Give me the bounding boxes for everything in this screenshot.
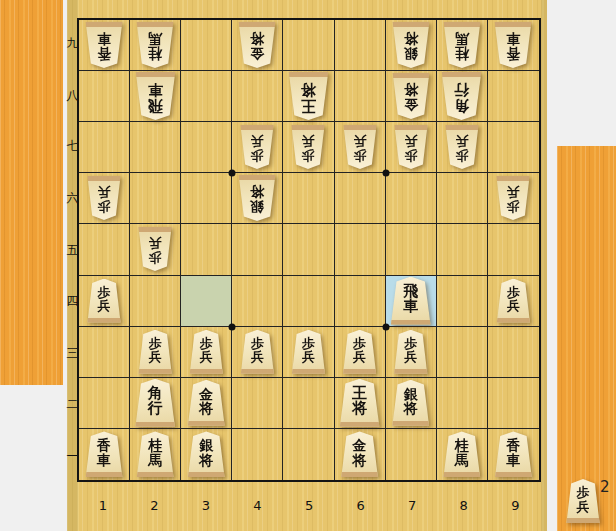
piece-kanji: 兵: [251, 135, 264, 149]
piece-kanji: 香: [97, 47, 111, 62]
shogi-piece-bishop[interactable]: 角行: [440, 72, 483, 120]
board-cell[interactable]: [79, 378, 130, 429]
board-cell[interactable]: [335, 20, 386, 71]
piece-kanji: 行: [148, 401, 163, 417]
shogi-piece-pawn[interactable]: 歩兵: [290, 330, 326, 374]
shogi-app: { "game": "shogi", "position": { "sfen":…: [0, 0, 616, 531]
piece-kanji: 将: [301, 82, 316, 98]
piece-shadow: 歩兵: [239, 330, 275, 374]
piece-shadow: 歩兵: [495, 176, 531, 220]
piece-kanji: 歩: [149, 251, 162, 265]
board-cell[interactable]: [437, 327, 488, 378]
piece-kanji: 車: [97, 32, 111, 47]
shogi-piece-pawn[interactable]: 歩兵: [290, 125, 326, 169]
file-label: 3: [180, 498, 232, 518]
piece-shadow: 歩兵: [290, 330, 326, 374]
piece-shadow: 桂馬: [442, 431, 482, 477]
piece-kanji: 兵: [404, 135, 417, 149]
hoshi-dot: [382, 170, 389, 177]
shogi-piece-gold[interactable]: 金将: [186, 380, 226, 426]
board-cell[interactable]: [79, 122, 130, 173]
piece-kanji: 歩: [404, 337, 417, 351]
piece-kanji: 車: [506, 32, 520, 47]
board-cell[interactable]: 飛車: [386, 276, 437, 327]
board-cell[interactable]: 歩兵: [232, 327, 283, 378]
piece-kanji: 歩: [302, 337, 315, 351]
piece-kanji: 銀: [250, 200, 264, 215]
shogi-piece-pawn[interactable]: 歩兵: [342, 125, 378, 169]
piece-shadow: 歩兵: [444, 125, 480, 169]
board-cell[interactable]: 桂馬: [130, 20, 181, 71]
piece-kanji: 将: [352, 401, 367, 417]
piece-shadow: 飛車: [134, 72, 177, 120]
piece-shadow: 桂馬: [135, 22, 175, 68]
piece-shadow: 金将: [340, 431, 380, 477]
piece-kanji: 将: [199, 401, 213, 416]
piece-kanji: 車: [506, 453, 520, 468]
board-cell[interactable]: [130, 173, 181, 224]
piece-kanji: 兵: [302, 135, 315, 149]
board-cell[interactable]: [79, 71, 130, 122]
piece-kanji: 香: [506, 438, 520, 453]
piece-kanji: 車: [403, 299, 418, 315]
piece-kanji: 将: [404, 83, 418, 98]
piece-shadow: 歩兵: [239, 125, 275, 169]
piece-kanji: 歩: [251, 149, 264, 163]
shogi-piece-knight[interactable]: 桂馬: [135, 431, 175, 477]
piece-kanji: 王: [301, 98, 316, 114]
shogi-piece-bishop[interactable]: 角行: [134, 379, 177, 427]
board-cell[interactable]: 香車: [488, 429, 539, 480]
piece-shadow: 香車: [84, 431, 124, 477]
file-label: 2: [129, 498, 181, 518]
piece-shadow: 歩兵: [86, 176, 122, 220]
shogi-piece-rook[interactable]: 飛車: [134, 72, 177, 120]
shogi-piece-pawn[interactable]: 歩兵: [393, 330, 429, 374]
board-cell[interactable]: [232, 276, 283, 327]
piece-kanji: 香: [506, 47, 520, 62]
board-cell[interactable]: 銀将: [181, 429, 232, 480]
board-cell[interactable]: [181, 276, 232, 327]
board-cell[interactable]: 香車: [79, 20, 130, 71]
piece-kanji: 馬: [148, 453, 162, 468]
shogi-piece-silver[interactable]: 銀将: [391, 380, 431, 426]
piece-kanji: 兵: [577, 500, 590, 514]
shogi-piece-knight[interactable]: 桂馬: [135, 22, 175, 68]
file-labels: 123456789: [77, 498, 541, 518]
board-cell[interactable]: [437, 224, 488, 275]
board-cell[interactable]: [232, 71, 283, 122]
board-cell[interactable]: 銀将: [232, 173, 283, 224]
piece-kanji: 将: [353, 453, 367, 468]
piece-shadow: 歩兵: [565, 479, 601, 523]
board-cell[interactable]: 歩兵: [335, 122, 386, 173]
board-cell[interactable]: [488, 122, 539, 173]
piece-kanji: 金: [250, 47, 264, 62]
board-cell[interactable]: [335, 71, 386, 122]
piece-kanji: 歩: [302, 149, 315, 163]
board-cell[interactable]: 歩兵: [386, 327, 437, 378]
piece-kanji: 歩: [577, 486, 590, 500]
board-cell[interactable]: 金将: [181, 378, 232, 429]
piece-kanji: 銀: [199, 438, 213, 453]
piece-kanji: 銀: [404, 387, 418, 402]
piece-kanji: 兵: [353, 350, 366, 364]
board-cell[interactable]: 王将: [283, 71, 334, 122]
board-cell[interactable]: 歩兵: [181, 327, 232, 378]
board-cell[interactable]: 飛車: [130, 71, 181, 122]
piece-kanji: 歩: [455, 149, 468, 163]
board-cell[interactable]: [79, 224, 130, 275]
piece-kanji: 桂: [455, 438, 469, 453]
piece-kanji: 銀: [404, 47, 418, 62]
shogi-piece-silver[interactable]: 銀将: [186, 431, 226, 477]
board-cell[interactable]: [437, 173, 488, 224]
piece-shadow: 歩兵: [137, 227, 173, 271]
piece-shadow: 歩兵: [290, 125, 326, 169]
board-cell[interactable]: [437, 378, 488, 429]
piece-shadow: 歩兵: [137, 330, 173, 374]
board-cell[interactable]: [335, 173, 386, 224]
piece-kanji: 金: [353, 438, 367, 453]
board-cell[interactable]: [386, 173, 437, 224]
shogi-piece-lance[interactable]: 香車: [493, 22, 533, 68]
board-cell[interactable]: 歩兵: [232, 122, 283, 173]
hand-pieces-bottom: 歩兵2: [557, 146, 616, 531]
board-cell[interactable]: [488, 71, 539, 122]
piece-kanji: 桂: [455, 47, 469, 62]
piece-kanji: 車: [148, 82, 163, 98]
piece-shadow: 香車: [493, 22, 533, 68]
shogi-piece-pawn[interactable]: 歩兵: [495, 176, 531, 220]
board-cell[interactable]: 歩兵: [488, 276, 539, 327]
board-cell[interactable]: 桂馬: [437, 20, 488, 71]
shogi-piece-silver[interactable]: 銀将: [237, 175, 277, 221]
board-cell[interactable]: 歩兵: [79, 173, 130, 224]
board-cell[interactable]: [488, 327, 539, 378]
piece-kanji: 桂: [148, 438, 162, 453]
piece-kanji: 兵: [507, 186, 520, 200]
board-cell[interactable]: [232, 378, 283, 429]
shogi-piece-lance[interactable]: 香車: [493, 431, 533, 477]
piece-kanji: 将: [404, 32, 418, 47]
shogi-piece-pawn[interactable]: 歩兵: [565, 479, 601, 523]
piece-kanji: 兵: [251, 350, 264, 364]
piece-kanji: 歩: [404, 149, 417, 163]
piece-shadow: 王将: [287, 72, 330, 120]
board-cell[interactable]: 歩兵: [130, 224, 181, 275]
shogi-piece-knight[interactable]: 桂馬: [442, 22, 482, 68]
board-cell[interactable]: 歩兵: [488, 173, 539, 224]
piece-kanji: 歩: [149, 337, 162, 351]
board-cell[interactable]: [437, 276, 488, 327]
board-cell[interactable]: [130, 276, 181, 327]
shogi-piece-pawn[interactable]: 歩兵: [188, 330, 224, 374]
piece-kanji: 歩: [98, 200, 111, 214]
piece-kanji: 歩: [98, 286, 111, 300]
shogi-piece-pawn[interactable]: 歩兵: [342, 330, 378, 374]
board-cell[interactable]: 香車: [488, 20, 539, 71]
board-cell[interactable]: 金将: [335, 429, 386, 480]
piece-shadow: 金将: [237, 22, 277, 68]
board-cell[interactable]: [283, 224, 334, 275]
board-cell[interactable]: 金将: [232, 20, 283, 71]
piece-kanji: 歩: [353, 337, 366, 351]
board-cell[interactable]: [283, 429, 334, 480]
shogi-piece-pawn[interactable]: 歩兵: [137, 227, 173, 271]
shogi-piece-pawn[interactable]: 歩兵: [239, 330, 275, 374]
piece-shadow: 歩兵: [342, 330, 378, 374]
piece-kanji: 香: [97, 438, 111, 453]
shogi-board: 九八七六五四三二一 香車桂馬金将銀将桂馬香車飛車王将金将角行歩兵歩兵歩兵歩兵歩兵…: [67, 0, 547, 531]
piece-kanji: 兵: [455, 135, 468, 149]
board-cell[interactable]: 香車: [79, 429, 130, 480]
piece-shadow: 香車: [493, 431, 533, 477]
shogi-piece-pawn[interactable]: 歩兵: [239, 125, 275, 169]
shogi-piece-pawn[interactable]: 歩兵: [495, 279, 531, 323]
piece-kanji: 兵: [353, 135, 366, 149]
piece-shadow: 飛車: [389, 277, 432, 325]
board-cell[interactable]: [335, 276, 386, 327]
piece-shadow: 角行: [440, 72, 483, 120]
piece-shadow: 銀将: [186, 431, 226, 477]
file-label: 1: [77, 498, 129, 518]
shogi-piece-king[interactable]: 王将: [287, 72, 330, 120]
piece-shadow: 銀将: [391, 22, 431, 68]
piece-kanji: 将: [250, 32, 264, 47]
piece-kanji: 歩: [353, 149, 366, 163]
board-cell[interactable]: [181, 71, 232, 122]
piece-shadow: 金将: [391, 73, 431, 119]
piece-shadow: 王将: [338, 379, 381, 427]
piece-kanji: 角: [454, 98, 469, 114]
board-cell[interactable]: [386, 429, 437, 480]
piece-kanji: 馬: [148, 32, 162, 47]
file-label: 8: [438, 498, 490, 518]
board-cell[interactable]: 歩兵: [283, 327, 334, 378]
piece-kanji: 兵: [507, 299, 520, 313]
board-cell[interactable]: [283, 20, 334, 71]
board-cell[interactable]: 金将: [386, 71, 437, 122]
piece-kanji: 将: [250, 185, 264, 200]
piece-shadow: 金将: [186, 380, 226, 426]
board-cell[interactable]: 角行: [437, 71, 488, 122]
piece-kanji: 歩: [507, 200, 520, 214]
board-cell[interactable]: [386, 224, 437, 275]
board-cell[interactable]: 歩兵: [130, 327, 181, 378]
piece-stand-top-player: [0, 0, 63, 385]
board-cell[interactable]: [79, 327, 130, 378]
piece-shadow: 歩兵: [393, 330, 429, 374]
shogi-piece-gold[interactable]: 金将: [340, 431, 380, 477]
piece-stand-bottom-player: 歩兵2: [557, 146, 616, 531]
file-label: 9: [490, 498, 542, 518]
piece-kanji: 兵: [98, 186, 111, 200]
shogi-piece-pawn[interactable]: 歩兵: [137, 330, 173, 374]
board-cell[interactable]: 歩兵: [437, 122, 488, 173]
piece-shadow: 角行: [134, 379, 177, 427]
board-cell[interactable]: 歩兵: [386, 122, 437, 173]
board-cell[interactable]: 銀将: [386, 20, 437, 71]
piece-shadow: 銀将: [391, 380, 431, 426]
shogi-piece-gold[interactable]: 金将: [391, 73, 431, 119]
piece-kanji: 歩: [507, 286, 520, 300]
board-cell[interactable]: 歩兵: [79, 276, 130, 327]
board-cell[interactable]: 歩兵: [335, 327, 386, 378]
shogi-piece-pawn[interactable]: 歩兵: [444, 125, 480, 169]
shogi-piece-lance[interactable]: 香車: [84, 431, 124, 477]
piece-kanji: 金: [404, 98, 418, 113]
shogi-piece-pawn[interactable]: 歩兵: [86, 279, 122, 323]
shogi-piece-lance[interactable]: 香車: [84, 22, 124, 68]
board-cell[interactable]: [181, 224, 232, 275]
board-cell[interactable]: 桂馬: [437, 429, 488, 480]
board-cell[interactable]: [181, 20, 232, 71]
piece-kanji: 車: [97, 453, 111, 468]
piece-kanji: 兵: [200, 350, 213, 364]
hand-piece-slot: 歩兵: [565, 479, 601, 523]
piece-shadow: 歩兵: [342, 125, 378, 169]
piece-kanji: 兵: [149, 237, 162, 251]
hoshi-dot: [382, 323, 389, 330]
file-label: 7: [386, 498, 438, 518]
file-label: 4: [232, 498, 284, 518]
file-label: 6: [335, 498, 387, 518]
shogi-piece-gold[interactable]: 金将: [237, 22, 277, 68]
shogi-piece-pawn[interactable]: 歩兵: [393, 125, 429, 169]
board-cell[interactable]: [232, 224, 283, 275]
board-grid: 香車桂馬金将銀将桂馬香車飛車王将金将角行歩兵歩兵歩兵歩兵歩兵歩兵銀将歩兵歩兵歩兵…: [77, 18, 541, 482]
piece-kanji: 金: [199, 387, 213, 402]
piece-kanji: 行: [454, 82, 469, 98]
hoshi-dot: [229, 323, 236, 330]
hand-piece-count: 2: [600, 478, 610, 496]
piece-kanji: 将: [199, 453, 213, 468]
piece-shadow: 香車: [84, 22, 124, 68]
piece-shadow: 歩兵: [393, 125, 429, 169]
board-cell[interactable]: 銀将: [386, 378, 437, 429]
board-cell[interactable]: [283, 378, 334, 429]
shogi-piece-silver[interactable]: 銀将: [391, 22, 431, 68]
piece-shadow: 歩兵: [495, 279, 531, 323]
piece-kanji: 歩: [200, 337, 213, 351]
board-cell[interactable]: [181, 122, 232, 173]
board-cell[interactable]: [181, 173, 232, 224]
board-cell[interactable]: [283, 276, 334, 327]
file-label: 5: [283, 498, 335, 518]
board-cell[interactable]: 桂馬: [130, 429, 181, 480]
piece-kanji: 馬: [455, 32, 469, 47]
board-cell[interactable]: [130, 122, 181, 173]
hoshi-dot: [229, 170, 236, 177]
piece-shadow: 歩兵: [86, 279, 122, 323]
piece-kanji: 兵: [149, 350, 162, 364]
shogi-piece-king[interactable]: 王将: [338, 379, 381, 427]
piece-shadow: 歩兵: [188, 330, 224, 374]
piece-shadow: 桂馬: [442, 22, 482, 68]
piece-shadow: 銀将: [237, 175, 277, 221]
board-cell[interactable]: [488, 378, 539, 429]
board-right-margin: [541, 0, 547, 531]
board-cell[interactable]: 歩兵: [283, 122, 334, 173]
piece-kanji: 将: [404, 401, 418, 416]
piece-kanji: 馬: [455, 453, 469, 468]
piece-kanji: 歩: [251, 337, 264, 351]
board-cell[interactable]: [488, 224, 539, 275]
piece-kanji: 兵: [404, 350, 417, 364]
piece-shadow: 桂馬: [135, 431, 175, 477]
piece-kanji: 兵: [302, 350, 315, 364]
board-cell[interactable]: 王将: [335, 378, 386, 429]
board-cell[interactable]: 角行: [130, 378, 181, 429]
piece-kanji: 飛: [148, 98, 163, 114]
piece-kanji: 桂: [148, 47, 162, 62]
shogi-piece-rook[interactable]: 飛車: [389, 277, 432, 325]
board-cell[interactable]: [335, 224, 386, 275]
shogi-piece-knight[interactable]: 桂馬: [442, 431, 482, 477]
shogi-piece-pawn[interactable]: 歩兵: [86, 176, 122, 220]
board-cell[interactable]: [283, 173, 334, 224]
board-cell[interactable]: [232, 429, 283, 480]
piece-kanji: 兵: [98, 299, 111, 313]
